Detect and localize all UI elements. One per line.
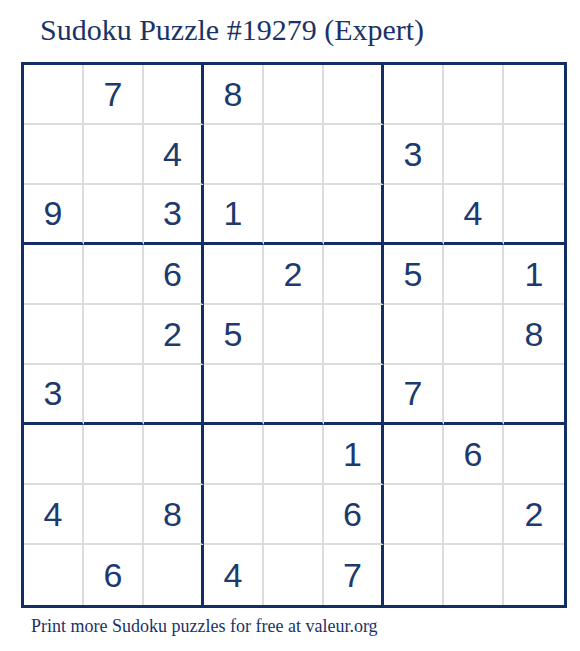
cell-r3c3-given: 3: [144, 185, 204, 245]
cell-r6c9-empty: [504, 365, 564, 425]
cell-r7c9-empty: [504, 425, 564, 485]
cell-r9c4-given: 4: [204, 545, 264, 605]
cell-r1c8-empty: [444, 65, 504, 125]
cell-r9c9-empty: [504, 545, 564, 605]
cell-r2c3-given: 4: [144, 125, 204, 185]
cell-r1c1-empty: [24, 65, 84, 125]
cell-r8c6-given: 6: [324, 485, 384, 545]
cell-r2c9-empty: [504, 125, 564, 185]
cell-r8c5-empty: [264, 485, 324, 545]
cell-r4c5-given: 2: [264, 245, 324, 305]
cell-r8c7-empty: [384, 485, 444, 545]
cell-r3c2-empty: [84, 185, 144, 245]
cell-r4c9-given: 1: [504, 245, 564, 305]
cell-r5c2-empty: [84, 305, 144, 365]
cell-r7c5-empty: [264, 425, 324, 485]
cell-r6c3-empty: [144, 365, 204, 425]
cell-r3c9-empty: [504, 185, 564, 245]
cell-r3c8-given: 4: [444, 185, 504, 245]
cell-r7c6-given: 1: [324, 425, 384, 485]
cell-r9c1-empty: [24, 545, 84, 605]
cell-r7c8-given: 6: [444, 425, 504, 485]
cell-r4c7-given: 5: [384, 245, 444, 305]
cell-r7c7-empty: [384, 425, 444, 485]
footer-text: Print more Sudoku puzzles for free at va…: [31, 616, 378, 637]
cell-r2c1-empty: [24, 125, 84, 185]
cell-r1c2-given: 7: [84, 65, 144, 125]
cell-r8c1-given: 4: [24, 485, 84, 545]
cell-r2c8-empty: [444, 125, 504, 185]
cell-r5c7-empty: [384, 305, 444, 365]
cell-r9c6-given: 7: [324, 545, 384, 605]
cell-r5c1-empty: [24, 305, 84, 365]
cell-r7c3-empty: [144, 425, 204, 485]
cell-r7c4-empty: [204, 425, 264, 485]
cell-r8c8-empty: [444, 485, 504, 545]
cell-r4c8-empty: [444, 245, 504, 305]
cell-r9c7-empty: [384, 545, 444, 605]
cell-r6c6-empty: [324, 365, 384, 425]
cell-r1c7-empty: [384, 65, 444, 125]
cell-r2c5-empty: [264, 125, 324, 185]
cell-r6c7-given: 7: [384, 365, 444, 425]
page-title: Sudoku Puzzle #19279 (Expert): [40, 13, 424, 47]
cell-r7c1-empty: [24, 425, 84, 485]
cell-r9c8-empty: [444, 545, 504, 605]
cell-r8c9-given: 2: [504, 485, 564, 545]
cell-r5c3-given: 2: [144, 305, 204, 365]
cell-r3c6-empty: [324, 185, 384, 245]
cell-r6c8-empty: [444, 365, 504, 425]
cell-r2c7-given: 3: [384, 125, 444, 185]
cell-r8c4-empty: [204, 485, 264, 545]
cell-r4c4-empty: [204, 245, 264, 305]
cell-r1c6-empty: [324, 65, 384, 125]
cell-r5c8-empty: [444, 305, 504, 365]
sudoku-board: 78439314625125837164862647: [21, 62, 567, 608]
cell-r5c6-empty: [324, 305, 384, 365]
cell-r1c4-given: 8: [204, 65, 264, 125]
cell-r5c5-empty: [264, 305, 324, 365]
cell-r3c4-given: 1: [204, 185, 264, 245]
cell-r1c9-empty: [504, 65, 564, 125]
cell-r9c2-given: 6: [84, 545, 144, 605]
cell-r6c1-given: 3: [24, 365, 84, 425]
cell-r6c2-empty: [84, 365, 144, 425]
cell-r2c2-empty: [84, 125, 144, 185]
cell-r9c5-empty: [264, 545, 324, 605]
cell-r2c4-empty: [204, 125, 264, 185]
cell-r6c5-empty: [264, 365, 324, 425]
cell-r1c5-empty: [264, 65, 324, 125]
cell-r5c9-given: 8: [504, 305, 564, 365]
cell-r9c3-empty: [144, 545, 204, 605]
cell-r4c2-empty: [84, 245, 144, 305]
cell-r5c4-given: 5: [204, 305, 264, 365]
cell-r3c5-empty: [264, 185, 324, 245]
cell-r3c1-given: 9: [24, 185, 84, 245]
cell-r7c2-empty: [84, 425, 144, 485]
cell-r1c3-empty: [144, 65, 204, 125]
cell-r8c3-given: 8: [144, 485, 204, 545]
cell-r2c6-empty: [324, 125, 384, 185]
cell-r8c2-empty: [84, 485, 144, 545]
cell-r4c3-given: 6: [144, 245, 204, 305]
cell-r6c4-empty: [204, 365, 264, 425]
cell-r4c1-empty: [24, 245, 84, 305]
cell-r3c7-empty: [384, 185, 444, 245]
cell-r4c6-empty: [324, 245, 384, 305]
